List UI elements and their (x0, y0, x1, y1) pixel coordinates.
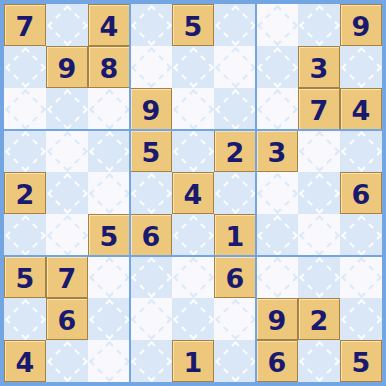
given-digit: 5 (352, 349, 371, 376)
cell-r7c3[interactable] (88, 256, 130, 298)
given-digit: 4 (352, 97, 371, 124)
cell-r9c3[interactable] (88, 340, 130, 382)
sudoku-board: 74599839745232465615766924165 (0, 0, 386, 386)
cell-r4c5[interactable] (172, 130, 214, 172)
cell-r2c4[interactable] (130, 46, 172, 88)
cell-r7c9[interactable] (340, 256, 382, 298)
cell-r2c8: 3 (298, 46, 340, 88)
cell-r8c7: 9 (256, 298, 298, 340)
box-separator-vertical-1 (129, 4, 131, 382)
cell-r9c9: 5 (340, 340, 382, 382)
cell-r9c8[interactable] (298, 340, 340, 382)
given-digit: 5 (184, 13, 203, 40)
given-digit: 4 (100, 13, 119, 40)
cell-r1c3: 4 (88, 4, 130, 46)
cell-r7c7[interactable] (256, 256, 298, 298)
cell-r4c9[interactable] (340, 130, 382, 172)
cell-r8c9[interactable] (340, 298, 382, 340)
cell-r2c5[interactable] (172, 46, 214, 88)
given-digit: 7 (58, 265, 77, 292)
given-digit: 6 (226, 265, 245, 292)
cell-r2c7[interactable] (256, 46, 298, 88)
cell-r8c6[interactable] (214, 298, 256, 340)
cell-r3c2[interactable] (46, 88, 88, 130)
cell-r3c1[interactable] (4, 88, 46, 130)
cell-r7c4[interactable] (130, 256, 172, 298)
cell-r1c2[interactable] (46, 4, 88, 46)
given-digit: 2 (16, 181, 35, 208)
cell-r6c3: 5 (88, 214, 130, 256)
cell-r4c1[interactable] (4, 130, 46, 172)
cell-r8c2: 6 (46, 298, 88, 340)
cell-r9c4[interactable] (130, 340, 172, 382)
given-digit: 3 (310, 55, 329, 82)
cell-r3c3[interactable] (88, 88, 130, 130)
cell-r1c5: 5 (172, 4, 214, 46)
cell-r2c6[interactable] (214, 46, 256, 88)
cell-r9c5: 1 (172, 340, 214, 382)
given-digit: 6 (352, 181, 371, 208)
cell-r3c5[interactable] (172, 88, 214, 130)
given-digit: 5 (142, 139, 161, 166)
given-digit: 1 (184, 349, 203, 376)
cell-r7c1: 5 (4, 256, 46, 298)
cell-r6c2[interactable] (46, 214, 88, 256)
cell-r1c7[interactable] (256, 4, 298, 46)
given-digit: 3 (268, 139, 287, 166)
cell-r8c3[interactable] (88, 298, 130, 340)
cell-r7c8[interactable] (298, 256, 340, 298)
given-digit: 1 (226, 223, 245, 250)
cell-r8c8: 2 (298, 298, 340, 340)
cell-r8c4[interactable] (130, 298, 172, 340)
given-digit: 2 (310, 307, 329, 334)
cell-r1c6[interactable] (214, 4, 256, 46)
cell-r3c6[interactable] (214, 88, 256, 130)
given-digit: 4 (16, 349, 35, 376)
cell-r5c4[interactable] (130, 172, 172, 214)
cell-r6c9[interactable] (340, 214, 382, 256)
cell-r1c8[interactable] (298, 4, 340, 46)
given-digit: 6 (142, 223, 161, 250)
cell-r4c3[interactable] (88, 130, 130, 172)
cell-r9c6[interactable] (214, 340, 256, 382)
cell-r8c5[interactable] (172, 298, 214, 340)
cell-r2c1[interactable] (4, 46, 46, 88)
cell-r3c8: 7 (298, 88, 340, 130)
cell-r4c4: 5 (130, 130, 172, 172)
cell-r1c4[interactable] (130, 4, 172, 46)
cell-r6c1[interactable] (4, 214, 46, 256)
cell-r5c3[interactable] (88, 172, 130, 214)
cell-r9c1: 4 (4, 340, 46, 382)
cell-r5c1: 2 (4, 172, 46, 214)
box-separator-vertical-2 (255, 4, 257, 382)
cell-r5c5: 4 (172, 172, 214, 214)
given-digit: 8 (100, 55, 119, 82)
given-digit: 5 (100, 223, 119, 250)
given-digit: 9 (58, 55, 77, 82)
given-digit: 7 (16, 13, 35, 40)
cell-r4c6: 2 (214, 130, 256, 172)
given-digit: 6 (268, 349, 287, 376)
cell-r9c2[interactable] (46, 340, 88, 382)
cell-r3c9: 4 (340, 88, 382, 130)
cell-r5c8[interactable] (298, 172, 340, 214)
given-digit: 4 (184, 181, 203, 208)
given-digit: 9 (352, 13, 371, 40)
given-digit: 5 (16, 265, 35, 292)
cell-r7c6: 6 (214, 256, 256, 298)
cell-r5c7[interactable] (256, 172, 298, 214)
cell-r2c3: 8 (88, 46, 130, 88)
cell-r1c9: 9 (340, 4, 382, 46)
cell-r5c2[interactable] (46, 172, 88, 214)
given-digit: 6 (58, 307, 77, 334)
cell-r4c2[interactable] (46, 130, 88, 172)
cell-r4c7: 3 (256, 130, 298, 172)
box-separator-horizontal-2 (4, 255, 382, 257)
cell-r2c2: 9 (46, 46, 88, 88)
cell-r7c2: 7 (46, 256, 88, 298)
cell-r5c6[interactable] (214, 172, 256, 214)
box-separator-horizontal-1 (4, 129, 382, 131)
cell-r7c5[interactable] (172, 256, 214, 298)
given-digit: 7 (310, 97, 329, 124)
cell-r6c6: 1 (214, 214, 256, 256)
cell-r5c9: 6 (340, 172, 382, 214)
cell-r3c7[interactable] (256, 88, 298, 130)
cell-r3c4: 9 (130, 88, 172, 130)
cell-r9c7: 6 (256, 340, 298, 382)
cell-r8c1[interactable] (4, 298, 46, 340)
given-digit: 9 (142, 97, 161, 124)
cell-r6c8[interactable] (298, 214, 340, 256)
cell-r6c7[interactable] (256, 214, 298, 256)
given-digit: 2 (226, 139, 245, 166)
given-digit: 9 (268, 307, 287, 334)
cell-r4c8[interactable] (298, 130, 340, 172)
cell-r1c1: 7 (4, 4, 46, 46)
cell-r2c9[interactable] (340, 46, 382, 88)
cell-r6c5[interactable] (172, 214, 214, 256)
cell-r6c4: 6 (130, 214, 172, 256)
